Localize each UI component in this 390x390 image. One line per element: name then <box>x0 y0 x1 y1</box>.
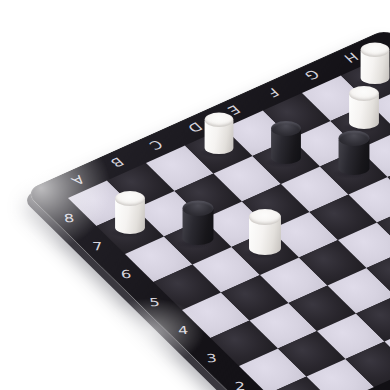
piece-white-a7[interactable] <box>115 191 145 234</box>
piece-top <box>182 200 213 215</box>
piece-top <box>204 112 233 126</box>
piece-white-c5[interactable] <box>249 209 281 255</box>
piece-top <box>338 130 369 145</box>
piece-black-b6[interactable] <box>182 200 213 244</box>
piece-white-h8[interactable] <box>360 42 389 83</box>
piece-black-e7[interactable] <box>271 121 301 164</box>
rank-label-2: 2 <box>221 369 259 390</box>
photo-stage: ABCDEFGH 87654321 <box>0 0 390 390</box>
piece-white-g7[interactable] <box>349 86 379 129</box>
piece-white-d8[interactable] <box>204 112 233 153</box>
piece-top <box>360 42 389 56</box>
piece-black-f6[interactable] <box>338 130 369 174</box>
